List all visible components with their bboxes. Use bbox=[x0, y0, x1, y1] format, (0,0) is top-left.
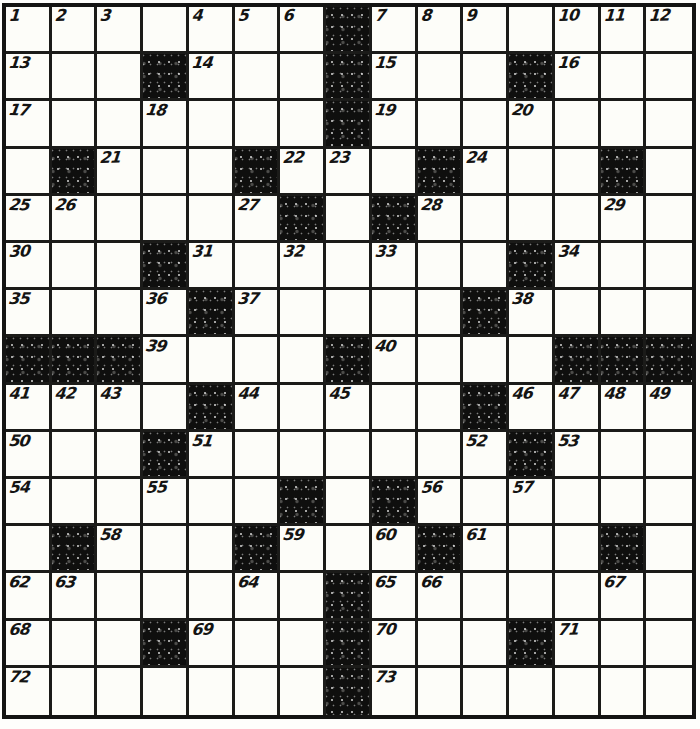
black-cell-r7c12 bbox=[555, 337, 601, 384]
white-cell-r6c5[interactable]: 37 bbox=[235, 290, 281, 337]
white-cell-r9c13[interactable] bbox=[601, 432, 647, 479]
clue-number-52: 52 bbox=[465, 433, 487, 449]
black-cell-r4c8 bbox=[372, 196, 418, 243]
clue-number-45: 45 bbox=[328, 385, 349, 401]
white-cell-r4c2[interactable] bbox=[97, 196, 143, 243]
white-cell-r11c11[interactable] bbox=[509, 526, 555, 573]
clue-number-62: 62 bbox=[7, 574, 29, 591]
clue-number-68: 68 bbox=[8, 621, 29, 637]
clue-number-48: 48 bbox=[602, 385, 623, 401]
black-cell-r9c11 bbox=[509, 432, 555, 479]
white-cell-r14c11[interactable] bbox=[509, 668, 555, 715]
white-cell-r11c0[interactable] bbox=[6, 526, 52, 573]
white-cell-r8c9[interactable] bbox=[418, 385, 464, 432]
white-cell-r6c7[interactable] bbox=[326, 290, 372, 337]
white-cell-r13c13[interactable] bbox=[601, 621, 647, 668]
white-cell-r10c13[interactable] bbox=[601, 479, 647, 526]
white-cell-r3c2[interactable]: 21 bbox=[97, 149, 143, 196]
clue-number-21: 21 bbox=[99, 149, 120, 165]
clue-number-40: 40 bbox=[373, 338, 395, 355]
clue-number-9: 9 bbox=[465, 8, 476, 24]
white-cell-r14c10[interactable] bbox=[463, 668, 509, 715]
white-cell-r8c12[interactable]: 47 bbox=[555, 385, 601, 432]
black-cell-r8c10 bbox=[463, 385, 509, 432]
white-cell-r2c2[interactable] bbox=[97, 101, 143, 148]
black-cell-r1c11 bbox=[509, 54, 555, 101]
white-cell-r3c4[interactable] bbox=[189, 149, 235, 196]
black-cell-r10c8 bbox=[372, 479, 418, 526]
white-cell-r8c14[interactable]: 49 bbox=[646, 385, 692, 432]
white-cell-r14c6[interactable] bbox=[280, 668, 326, 715]
clue-number-65: 65 bbox=[373, 574, 395, 591]
clue-number-57: 57 bbox=[511, 479, 532, 496]
white-cell-r8c2[interactable]: 43 bbox=[97, 385, 143, 432]
black-cell-r5c11 bbox=[509, 243, 555, 290]
white-cell-r9c10[interactable]: 52 bbox=[463, 432, 509, 479]
white-cell-r2c9[interactable] bbox=[418, 101, 464, 148]
clue-number-58: 58 bbox=[99, 527, 121, 543]
black-cell-r7c14 bbox=[646, 337, 692, 384]
white-cell-r10c4[interactable] bbox=[189, 479, 235, 526]
white-cell-r13c6[interactable] bbox=[280, 621, 326, 668]
black-cell-r13c7 bbox=[326, 621, 372, 668]
black-cell-r7c7 bbox=[326, 337, 372, 384]
clue-number-15: 15 bbox=[373, 55, 395, 71]
white-cell-r13c0[interactable]: 68 bbox=[6, 621, 52, 668]
white-cell-r12c11[interactable] bbox=[509, 573, 555, 620]
clue-number-46: 46 bbox=[511, 385, 532, 401]
white-cell-r11c12[interactable] bbox=[555, 526, 601, 573]
black-cell-r11c5 bbox=[235, 526, 281, 573]
clue-number-35: 35 bbox=[8, 291, 30, 307]
clue-number-28: 28 bbox=[419, 197, 441, 213]
white-cell-r1c5[interactable] bbox=[235, 54, 281, 101]
clue-number-33: 33 bbox=[374, 243, 395, 260]
clue-number-51: 51 bbox=[190, 433, 212, 449]
white-cell-r0c12[interactable]: 10 bbox=[555, 7, 601, 54]
clue-number-8: 8 bbox=[420, 8, 431, 24]
white-cell-r3c14[interactable] bbox=[646, 149, 692, 196]
white-cell-r10c1[interactable] bbox=[52, 479, 98, 526]
white-cell-r12c6[interactable] bbox=[280, 573, 326, 620]
white-cell-r8c8[interactable] bbox=[372, 385, 418, 432]
white-cell-r14c13[interactable] bbox=[601, 668, 647, 715]
white-cell-r0c5[interactable]: 5 bbox=[235, 7, 281, 54]
clue-number-64: 64 bbox=[236, 574, 258, 591]
white-cell-r11c2[interactable]: 58 bbox=[97, 526, 143, 573]
white-cell-r2c10[interactable] bbox=[463, 101, 509, 148]
white-cell-r7c11[interactable] bbox=[509, 337, 555, 384]
white-cell-r2c12[interactable] bbox=[555, 101, 601, 148]
white-cell-r1c1[interactable] bbox=[52, 54, 98, 101]
white-cell-r11c4[interactable] bbox=[189, 526, 235, 573]
white-cell-r14c3[interactable] bbox=[143, 668, 189, 715]
white-cell-r0c2[interactable]: 3 bbox=[97, 7, 143, 54]
white-cell-r10c11[interactable]: 57 bbox=[509, 479, 555, 526]
white-cell-r14c4[interactable] bbox=[189, 668, 235, 715]
black-cell-r3c13 bbox=[601, 149, 647, 196]
white-cell-r11c3[interactable] bbox=[143, 526, 189, 573]
white-cell-r5c0[interactable]: 30 bbox=[6, 243, 52, 290]
white-cell-r13c8[interactable]: 70 bbox=[372, 621, 418, 668]
white-cell-r1c14[interactable] bbox=[646, 54, 692, 101]
white-cell-r10c7[interactable] bbox=[326, 479, 372, 526]
crossword-grid: 1234567891011121314151617181920212223242… bbox=[2, 3, 696, 719]
white-cell-r11c10[interactable]: 61 bbox=[463, 526, 509, 573]
white-cell-r9c14[interactable] bbox=[646, 432, 692, 479]
white-cell-r9c8[interactable] bbox=[372, 432, 418, 479]
white-cell-r8c0[interactable]: 41 bbox=[6, 385, 52, 432]
black-cell-r7c13 bbox=[601, 337, 647, 384]
white-cell-r13c10[interactable] bbox=[463, 621, 509, 668]
white-cell-r3c7[interactable]: 23 bbox=[326, 149, 372, 196]
white-cell-r0c3[interactable] bbox=[143, 7, 189, 54]
white-cell-r5c8[interactable]: 33 bbox=[372, 243, 418, 290]
black-cell-r9c3 bbox=[143, 432, 189, 479]
white-cell-r8c11[interactable]: 46 bbox=[509, 385, 555, 432]
black-cell-r1c7 bbox=[326, 54, 372, 101]
white-cell-r10c3[interactable]: 55 bbox=[143, 479, 189, 526]
clue-number-54: 54 bbox=[8, 479, 29, 496]
white-cell-r2c4[interactable] bbox=[189, 101, 235, 148]
clue-number-60: 60 bbox=[373, 527, 395, 543]
white-cell-r5c2[interactable] bbox=[97, 243, 143, 290]
white-cell-r1c4[interactable]: 14 bbox=[189, 54, 235, 101]
white-cell-r5c5[interactable] bbox=[235, 243, 281, 290]
black-cell-r7c2 bbox=[97, 337, 143, 384]
white-cell-r3c0[interactable] bbox=[6, 149, 52, 196]
clue-number-23: 23 bbox=[328, 149, 349, 165]
clue-number-59: 59 bbox=[282, 527, 304, 543]
black-cell-r8c4 bbox=[189, 385, 235, 432]
white-cell-r4c12[interactable] bbox=[555, 196, 601, 243]
clue-number-7: 7 bbox=[374, 8, 385, 24]
clue-number-70: 70 bbox=[374, 621, 395, 637]
white-cell-r3c11[interactable] bbox=[509, 149, 555, 196]
white-cell-r7c5[interactable] bbox=[235, 337, 281, 384]
white-cell-r13c1[interactable] bbox=[52, 621, 98, 668]
black-cell-r7c1 bbox=[52, 337, 98, 384]
black-cell-r12c7 bbox=[326, 573, 372, 620]
clue-number-13: 13 bbox=[8, 55, 30, 71]
white-cell-r13c5[interactable] bbox=[235, 621, 281, 668]
black-cell-r3c1 bbox=[52, 149, 98, 196]
white-cell-r4c3[interactable] bbox=[143, 196, 189, 243]
white-cell-r6c6[interactable] bbox=[280, 290, 326, 337]
black-cell-r3c5 bbox=[235, 149, 281, 196]
white-cell-r14c5[interactable] bbox=[235, 668, 281, 715]
white-cell-r0c1[interactable]: 2 bbox=[52, 7, 98, 54]
white-cell-r7c4[interactable] bbox=[189, 337, 235, 384]
clue-number-72: 72 bbox=[7, 669, 29, 685]
white-cell-r4c7[interactable] bbox=[326, 196, 372, 243]
clue-number-16: 16 bbox=[556, 55, 578, 71]
white-cell-r5c12[interactable]: 34 bbox=[555, 243, 601, 290]
clue-number-55: 55 bbox=[145, 479, 166, 496]
white-cell-r10c14[interactable] bbox=[646, 479, 692, 526]
white-cell-r12c12[interactable] bbox=[555, 573, 601, 620]
black-cell-r11c13 bbox=[601, 526, 647, 573]
black-cell-r5c3 bbox=[143, 243, 189, 290]
white-cell-r12c4[interactable] bbox=[189, 573, 235, 620]
black-cell-r7c0 bbox=[6, 337, 52, 384]
white-cell-r4c1[interactable]: 26 bbox=[52, 196, 98, 243]
white-cell-r14c2[interactable] bbox=[97, 668, 143, 715]
white-cell-r5c13[interactable] bbox=[601, 243, 647, 290]
white-cell-r5c4[interactable]: 31 bbox=[189, 243, 235, 290]
clue-number-10: 10 bbox=[557, 7, 578, 24]
clue-number-36: 36 bbox=[145, 291, 167, 307]
white-cell-r5c9[interactable] bbox=[418, 243, 464, 290]
white-cell-r1c10[interactable] bbox=[463, 54, 509, 101]
white-cell-r11c6[interactable]: 59 bbox=[280, 526, 326, 573]
white-cell-r0c13[interactable]: 11 bbox=[601, 7, 647, 54]
white-cell-r14c12[interactable] bbox=[555, 668, 601, 715]
white-cell-r2c0[interactable]: 17 bbox=[6, 101, 52, 148]
clue-number-26: 26 bbox=[53, 197, 75, 213]
clue-number-14: 14 bbox=[191, 55, 213, 71]
white-cell-r13c4[interactable]: 69 bbox=[189, 621, 235, 668]
white-cell-r0c8[interactable]: 7 bbox=[372, 7, 418, 54]
white-cell-r12c10[interactable] bbox=[463, 573, 509, 620]
clue-number-32: 32 bbox=[283, 243, 304, 260]
clue-number-43: 43 bbox=[99, 385, 120, 401]
white-cell-r1c6[interactable] bbox=[280, 54, 326, 101]
white-cell-r9c0[interactable]: 50 bbox=[6, 432, 52, 479]
white-cell-r1c9[interactable] bbox=[418, 54, 464, 101]
clue-number-67: 67 bbox=[602, 574, 624, 591]
clue-number-49: 49 bbox=[648, 385, 669, 401]
white-cell-r6c1[interactable] bbox=[52, 290, 98, 337]
white-cell-r6c13[interactable] bbox=[601, 290, 647, 337]
clue-number-47: 47 bbox=[557, 385, 578, 401]
white-cell-r4c10[interactable] bbox=[463, 196, 509, 243]
white-cell-r2c13[interactable] bbox=[601, 101, 647, 148]
white-cell-r2c3[interactable]: 18 bbox=[143, 101, 189, 148]
black-cell-r11c1 bbox=[52, 526, 98, 573]
puzzle-page: 1234567891011121314151617181920212223242… bbox=[0, 0, 700, 729]
clue-number-44: 44 bbox=[237, 385, 258, 401]
white-cell-r10c5[interactable] bbox=[235, 479, 281, 526]
white-cell-r3c8[interactable] bbox=[372, 149, 418, 196]
white-cell-r6c2[interactable] bbox=[97, 290, 143, 337]
white-cell-r9c4[interactable]: 51 bbox=[189, 432, 235, 479]
clue-number-3: 3 bbox=[100, 8, 111, 24]
white-cell-r11c8[interactable]: 60 bbox=[372, 526, 418, 573]
white-cell-r4c13[interactable]: 29 bbox=[601, 196, 647, 243]
white-cell-r6c14[interactable] bbox=[646, 290, 692, 337]
white-cell-r12c14[interactable] bbox=[646, 573, 692, 620]
white-cell-r1c13[interactable] bbox=[601, 54, 647, 101]
white-cell-r4c9[interactable]: 28 bbox=[418, 196, 464, 243]
white-cell-r14c0[interactable]: 72 bbox=[6, 668, 52, 715]
clue-number-69: 69 bbox=[191, 621, 212, 637]
white-cell-r9c7[interactable] bbox=[326, 432, 372, 479]
white-cell-r2c6[interactable] bbox=[280, 101, 326, 148]
white-cell-r12c9[interactable]: 66 bbox=[418, 573, 464, 620]
clue-number-50: 50 bbox=[7, 433, 29, 449]
white-cell-r9c2[interactable] bbox=[97, 432, 143, 479]
clue-number-53: 53 bbox=[556, 433, 578, 449]
black-cell-r3c9 bbox=[418, 149, 464, 196]
clue-number-1: 1 bbox=[8, 8, 19, 24]
white-cell-r12c1[interactable]: 63 bbox=[52, 573, 98, 620]
white-cell-r3c12[interactable] bbox=[555, 149, 601, 196]
clue-number-37: 37 bbox=[236, 291, 258, 307]
clue-number-22: 22 bbox=[282, 149, 303, 165]
clue-number-56: 56 bbox=[420, 479, 441, 496]
white-cell-r0c14[interactable]: 12 bbox=[646, 7, 692, 54]
white-cell-r8c13[interactable]: 48 bbox=[601, 385, 647, 432]
white-cell-r1c2[interactable] bbox=[97, 54, 143, 101]
white-cell-r14c8[interactable]: 73 bbox=[372, 668, 418, 715]
clue-number-24: 24 bbox=[465, 149, 486, 165]
white-cell-r10c9[interactable]: 56 bbox=[418, 479, 464, 526]
white-cell-r13c9[interactable] bbox=[418, 621, 464, 668]
clue-number-17: 17 bbox=[7, 102, 29, 119]
white-cell-r2c1[interactable] bbox=[52, 101, 98, 148]
white-cell-r11c7[interactable] bbox=[326, 526, 372, 573]
white-cell-r6c0[interactable]: 35 bbox=[6, 290, 52, 337]
white-cell-r0c11[interactable] bbox=[509, 7, 555, 54]
white-cell-r13c14[interactable] bbox=[646, 621, 692, 668]
white-cell-r7c9[interactable] bbox=[418, 337, 464, 384]
black-cell-r2c7 bbox=[326, 101, 372, 148]
white-cell-r10c2[interactable] bbox=[97, 479, 143, 526]
clue-number-34: 34 bbox=[557, 243, 578, 260]
white-cell-r9c12[interactable]: 53 bbox=[555, 432, 601, 479]
white-cell-r2c11[interactable]: 20 bbox=[509, 101, 555, 148]
clue-number-73: 73 bbox=[373, 669, 395, 685]
black-cell-r14c7 bbox=[326, 668, 372, 715]
white-cell-r4c0[interactable]: 25 bbox=[6, 196, 52, 243]
white-cell-r9c1[interactable] bbox=[52, 432, 98, 479]
white-cell-r12c13[interactable]: 67 bbox=[601, 573, 647, 620]
white-cell-r6c9[interactable] bbox=[418, 290, 464, 337]
white-cell-r5c6[interactable]: 32 bbox=[280, 243, 326, 290]
white-cell-r1c8[interactable]: 15 bbox=[372, 54, 418, 101]
white-cell-r7c10[interactable] bbox=[463, 337, 509, 384]
white-cell-r5c10[interactable] bbox=[463, 243, 509, 290]
white-cell-r14c1[interactable] bbox=[52, 668, 98, 715]
white-cell-r13c12[interactable]: 71 bbox=[555, 621, 601, 668]
white-cell-r1c0[interactable]: 13 bbox=[6, 54, 52, 101]
clue-number-11: 11 bbox=[603, 7, 624, 24]
clue-number-66: 66 bbox=[419, 574, 441, 591]
white-cell-r0c9[interactable]: 8 bbox=[418, 7, 464, 54]
white-cell-r14c9[interactable] bbox=[418, 668, 464, 715]
white-cell-r4c4[interactable] bbox=[189, 196, 235, 243]
white-cell-r6c11[interactable]: 38 bbox=[509, 290, 555, 337]
white-cell-r9c9[interactable] bbox=[418, 432, 464, 479]
clue-number-29: 29 bbox=[602, 197, 624, 213]
white-cell-r2c5[interactable] bbox=[235, 101, 281, 148]
clue-number-61: 61 bbox=[465, 527, 487, 543]
clue-number-38: 38 bbox=[511, 291, 533, 307]
white-cell-r6c3[interactable]: 36 bbox=[143, 290, 189, 337]
white-cell-r1c12[interactable]: 16 bbox=[555, 54, 601, 101]
white-cell-r9c5[interactable] bbox=[235, 432, 281, 479]
white-cell-r13c2[interactable] bbox=[97, 621, 143, 668]
white-cell-r0c10[interactable]: 9 bbox=[463, 7, 509, 54]
white-cell-r3c3[interactable] bbox=[143, 149, 189, 196]
white-cell-r11c14[interactable] bbox=[646, 526, 692, 573]
white-cell-r8c5[interactable]: 44 bbox=[235, 385, 281, 432]
white-cell-r12c8[interactable]: 65 bbox=[372, 573, 418, 620]
white-cell-r9c6[interactable] bbox=[280, 432, 326, 479]
white-cell-r0c6[interactable]: 6 bbox=[280, 7, 326, 54]
white-cell-r12c3[interactable] bbox=[143, 573, 189, 620]
white-cell-r8c3[interactable] bbox=[143, 385, 189, 432]
black-cell-r11c9 bbox=[418, 526, 464, 573]
clue-number-19: 19 bbox=[373, 102, 395, 119]
white-cell-r2c8[interactable]: 19 bbox=[372, 101, 418, 148]
white-cell-r7c6[interactable] bbox=[280, 337, 326, 384]
clue-number-39: 39 bbox=[144, 338, 166, 355]
white-cell-r7c3[interactable]: 39 bbox=[143, 337, 189, 384]
white-cell-r8c6[interactable] bbox=[280, 385, 326, 432]
black-cell-r10c6 bbox=[280, 479, 326, 526]
black-cell-r13c11 bbox=[509, 621, 555, 668]
white-cell-r3c10[interactable]: 24 bbox=[463, 149, 509, 196]
white-cell-r10c12[interactable] bbox=[555, 479, 601, 526]
clue-number-20: 20 bbox=[510, 102, 532, 119]
white-cell-r8c1[interactable]: 42 bbox=[52, 385, 98, 432]
white-cell-r6c8[interactable] bbox=[372, 290, 418, 337]
white-cell-r0c4[interactable]: 4 bbox=[189, 7, 235, 54]
black-cell-r13c3 bbox=[143, 621, 189, 668]
black-cell-r6c10 bbox=[463, 290, 509, 337]
clue-number-42: 42 bbox=[54, 385, 75, 401]
white-cell-r10c0[interactable]: 54 bbox=[6, 479, 52, 526]
clue-number-41: 41 bbox=[8, 385, 29, 401]
clue-number-2: 2 bbox=[54, 8, 65, 24]
black-cell-r4c6 bbox=[280, 196, 326, 243]
clue-number-4: 4 bbox=[191, 8, 202, 24]
white-cell-r6c12[interactable] bbox=[555, 290, 601, 337]
clue-number-12: 12 bbox=[648, 7, 669, 24]
clue-number-5: 5 bbox=[237, 8, 248, 24]
white-cell-r7c8[interactable]: 40 bbox=[372, 337, 418, 384]
white-cell-r4c5[interactable]: 27 bbox=[235, 196, 281, 243]
white-cell-r10c10[interactable] bbox=[463, 479, 509, 526]
white-cell-r4c11[interactable] bbox=[509, 196, 555, 243]
clue-number-6: 6 bbox=[283, 8, 294, 24]
white-cell-r5c14[interactable] bbox=[646, 243, 692, 290]
clue-number-31: 31 bbox=[191, 243, 212, 260]
white-cell-r4c14[interactable] bbox=[646, 196, 692, 243]
black-cell-r0c7 bbox=[326, 7, 372, 54]
white-cell-r5c7[interactable] bbox=[326, 243, 372, 290]
white-cell-r5c1[interactable] bbox=[52, 243, 98, 290]
white-cell-r12c5[interactable]: 64 bbox=[235, 573, 281, 620]
white-cell-r14c14[interactable] bbox=[646, 668, 692, 715]
black-cell-r1c3 bbox=[143, 54, 189, 101]
clue-number-27: 27 bbox=[236, 197, 258, 213]
white-cell-r2c14[interactable] bbox=[646, 101, 692, 148]
white-cell-r0c0[interactable]: 1 bbox=[6, 7, 52, 54]
white-cell-r12c0[interactable]: 62 bbox=[6, 573, 52, 620]
clue-number-63: 63 bbox=[53, 574, 75, 591]
black-cell-r6c4 bbox=[189, 290, 235, 337]
clue-number-30: 30 bbox=[8, 243, 29, 260]
white-cell-r3c6[interactable]: 22 bbox=[280, 149, 326, 196]
clue-number-71: 71 bbox=[557, 621, 578, 637]
white-cell-r12c2[interactable] bbox=[97, 573, 143, 620]
clue-number-18: 18 bbox=[144, 102, 166, 119]
clue-number-25: 25 bbox=[7, 197, 29, 213]
white-cell-r8c7[interactable]: 45 bbox=[326, 385, 372, 432]
